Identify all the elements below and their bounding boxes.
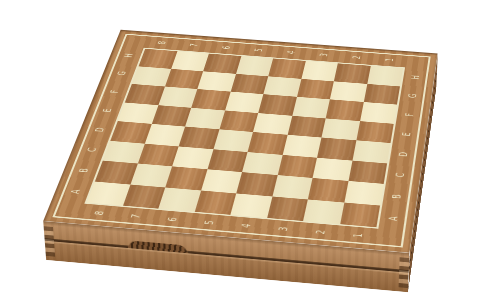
coord-label-1: 1: [345, 223, 372, 248]
board-top-face: 87654321 87654321 HGFEDCBA HGFEDCBA: [43, 30, 438, 253]
square-b8[interactable]: [95, 161, 137, 185]
chess-box: 87654321 87654321 HGFEDCBA HGFEDCBA: [43, 30, 438, 253]
coord-label-c: C: [72, 142, 111, 157]
square-e5[interactable]: [219, 110, 258, 132]
square-c6[interactable]: [172, 146, 213, 169]
chessboard: [84, 48, 405, 229]
square-a1[interactable]: [340, 202, 380, 227]
coord-label-3: 3: [270, 217, 298, 242]
square-a2[interactable]: [303, 199, 344, 224]
square-d6[interactable]: [179, 127, 219, 149]
coord-label-5: 5: [195, 210, 224, 234]
coord-label-2: 2: [307, 220, 334, 245]
coord-label-4: 4: [232, 214, 260, 239]
coord-label-a: A: [374, 210, 413, 227]
square-d3[interactable]: [282, 135, 321, 158]
square-b3[interactable]: [272, 175, 313, 199]
square-a7[interactable]: [123, 184, 166, 208]
coord-label-d: D: [385, 147, 422, 162]
square-a4[interactable]: [230, 193, 272, 218]
square-b1[interactable]: [344, 181, 384, 205]
square-c4[interactable]: [242, 152, 282, 175]
square-b5[interactable]: [201, 169, 242, 193]
square-e4[interactable]: [253, 113, 292, 135]
square-d5[interactable]: [213, 129, 253, 151]
square-d1[interactable]: [352, 140, 390, 163]
product-photo-scene: 87654321 87654321 HGFEDCBA HGFEDCBA: [0, 0, 480, 296]
square-d7[interactable]: [144, 124, 185, 146]
square-c2[interactable]: [313, 157, 352, 180]
square-c1[interactable]: [348, 160, 387, 184]
square-a6[interactable]: [158, 187, 200, 212]
square-c5[interactable]: [207, 149, 248, 172]
square-d8[interactable]: [110, 121, 151, 143]
square-d4[interactable]: [248, 132, 288, 155]
lid-finger-notch[interactable]: [127, 240, 189, 253]
square-c3[interactable]: [277, 155, 317, 178]
square-a5[interactable]: [194, 190, 236, 215]
coord-label-b: B: [378, 188, 417, 204]
coord-label-7: 7: [121, 204, 151, 228]
square-b4[interactable]: [236, 172, 277, 196]
square-d2[interactable]: [317, 137, 356, 160]
square-c7[interactable]: [137, 143, 178, 166]
square-e2[interactable]: [321, 118, 359, 140]
coord-label-a: A: [55, 184, 96, 200]
coord-label-8: 8: [84, 201, 114, 225]
square-a3[interactable]: [267, 196, 308, 221]
square-e1[interactable]: [356, 121, 394, 143]
coord-label-c: C: [381, 167, 419, 183]
square-b2[interactable]: [308, 178, 348, 202]
square-a8[interactable]: [87, 181, 130, 205]
square-b6[interactable]: [165, 166, 207, 190]
finger-joint-front-left: [44, 226, 56, 257]
coord-label-b: B: [64, 163, 104, 178]
square-b7[interactable]: [130, 163, 172, 187]
coord-label-6: 6: [158, 207, 187, 231]
square-e3[interactable]: [287, 115, 326, 137]
square-c8[interactable]: [103, 141, 145, 164]
